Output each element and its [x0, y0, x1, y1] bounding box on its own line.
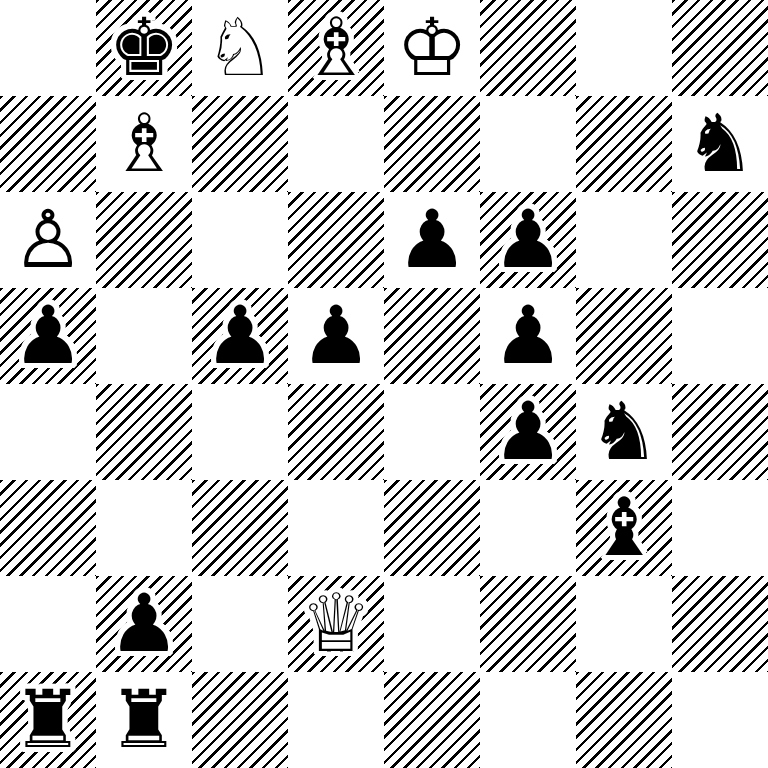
square-d4[interactable] [288, 384, 384, 480]
square-g2[interactable] [576, 576, 672, 672]
piece-white-king[interactable]: ♚♔ [384, 0, 480, 96]
square-f8[interactable] [480, 0, 576, 96]
square-f7[interactable] [480, 96, 576, 192]
black-bishop-glyph: ♝ [576, 480, 672, 576]
square-c1[interactable] [192, 672, 288, 768]
square-h4[interactable] [672, 384, 768, 480]
white-bishop-glyph: ♗ [96, 96, 192, 192]
black-pawn-glyph: ♟ [288, 288, 384, 384]
square-g8[interactable] [576, 0, 672, 96]
square-d8[interactable]: ♝♗ [288, 0, 384, 96]
piece-white-knight[interactable]: ♞♘ [192, 0, 288, 96]
white-pawn-glyph: ♙ [0, 192, 96, 288]
square-b1[interactable]: ♜ [96, 672, 192, 768]
black-rook-glyph: ♜ [96, 672, 192, 768]
square-a3[interactable] [0, 480, 96, 576]
square-c8[interactable]: ♞♘ [192, 0, 288, 96]
square-e7[interactable] [384, 96, 480, 192]
square-e2[interactable] [384, 576, 480, 672]
square-d1[interactable] [288, 672, 384, 768]
piece-black-knight[interactable]: ♞ [576, 384, 672, 480]
square-h1[interactable] [672, 672, 768, 768]
piece-black-pawn[interactable]: ♟ [480, 288, 576, 384]
piece-black-king[interactable]: ♚ [96, 0, 192, 96]
square-d2[interactable]: ♛♕ [288, 576, 384, 672]
black-pawn-glyph: ♟ [96, 576, 192, 672]
square-h6[interactable] [672, 192, 768, 288]
piece-white-bishop[interactable]: ♝♗ [288, 0, 384, 96]
square-f5[interactable]: ♟ [480, 288, 576, 384]
square-b3[interactable] [96, 480, 192, 576]
piece-black-pawn[interactable]: ♟ [0, 288, 96, 384]
black-pawn-glyph: ♟ [384, 192, 480, 288]
square-b2[interactable]: ♟ [96, 576, 192, 672]
square-f4[interactable]: ♟ [480, 384, 576, 480]
square-c5[interactable]: ♟ [192, 288, 288, 384]
square-g1[interactable] [576, 672, 672, 768]
square-e4[interactable] [384, 384, 480, 480]
square-e3[interactable] [384, 480, 480, 576]
square-g7[interactable] [576, 96, 672, 192]
square-c2[interactable] [192, 576, 288, 672]
square-a1[interactable]: ♜ [0, 672, 96, 768]
white-knight-glyph: ♘ [192, 0, 288, 96]
square-e8[interactable]: ♚♔ [384, 0, 480, 96]
black-pawn-glyph: ♟ [480, 288, 576, 384]
piece-black-pawn[interactable]: ♟ [288, 288, 384, 384]
piece-black-knight[interactable]: ♞ [672, 96, 768, 192]
square-g4[interactable]: ♞ [576, 384, 672, 480]
square-d7[interactable] [288, 96, 384, 192]
black-rook-glyph: ♜ [0, 672, 96, 768]
square-a8[interactable] [0, 0, 96, 96]
square-a2[interactable] [0, 576, 96, 672]
black-pawn-glyph: ♟ [0, 288, 96, 384]
piece-white-bishop[interactable]: ♝♗ [96, 96, 192, 192]
square-b7[interactable]: ♝♗ [96, 96, 192, 192]
black-pawn-glyph: ♟ [192, 288, 288, 384]
piece-black-pawn[interactable]: ♟ [384, 192, 480, 288]
square-d6[interactable] [288, 192, 384, 288]
square-d3[interactable] [288, 480, 384, 576]
square-h3[interactable] [672, 480, 768, 576]
square-b4[interactable] [96, 384, 192, 480]
square-f2[interactable] [480, 576, 576, 672]
piece-white-queen[interactable]: ♛♕ [288, 576, 384, 672]
square-a4[interactable] [0, 384, 96, 480]
square-g5[interactable] [576, 288, 672, 384]
chess-board: ♚♞♘♝♗♚♔♝♗♞♟♙♟♟♟♟♟♟♟♞♝♟♛♕♜♜ [0, 0, 768, 768]
square-f1[interactable] [480, 672, 576, 768]
square-g3[interactable]: ♝ [576, 480, 672, 576]
square-c6[interactable] [192, 192, 288, 288]
black-knight-glyph: ♞ [576, 384, 672, 480]
square-c4[interactable] [192, 384, 288, 480]
piece-black-pawn[interactable]: ♟ [96, 576, 192, 672]
white-bishop-glyph: ♗ [288, 0, 384, 96]
white-queen-glyph: ♕ [288, 576, 384, 672]
square-h2[interactable] [672, 576, 768, 672]
square-c3[interactable] [192, 480, 288, 576]
square-g6[interactable] [576, 192, 672, 288]
square-b8[interactable]: ♚ [96, 0, 192, 96]
square-f6[interactable]: ♟ [480, 192, 576, 288]
black-knight-glyph: ♞ [672, 96, 768, 192]
square-h5[interactable] [672, 288, 768, 384]
square-e1[interactable] [384, 672, 480, 768]
piece-black-rook[interactable]: ♜ [96, 672, 192, 768]
square-d5[interactable]: ♟ [288, 288, 384, 384]
square-a5[interactable]: ♟ [0, 288, 96, 384]
square-h7[interactable]: ♞ [672, 96, 768, 192]
black-pawn-glyph: ♟ [480, 384, 576, 480]
black-king-glyph: ♚ [96, 0, 192, 96]
white-king-glyph: ♔ [384, 0, 480, 96]
square-e6[interactable]: ♟ [384, 192, 480, 288]
piece-black-pawn[interactable]: ♟ [480, 384, 576, 480]
square-a6[interactable]: ♟♙ [0, 192, 96, 288]
chess-board-wrapper: ♚♞♘♝♗♚♔♝♗♞♟♙♟♟♟♟♟♟♟♞♝♟♛♕♜♜ [0, 0, 768, 768]
square-f3[interactable] [480, 480, 576, 576]
piece-black-bishop[interactable]: ♝ [576, 480, 672, 576]
black-pawn-glyph: ♟ [480, 192, 576, 288]
square-b5[interactable] [96, 288, 192, 384]
piece-black-rook[interactable]: ♜ [0, 672, 96, 768]
square-a7[interactable] [0, 96, 96, 192]
piece-white-pawn[interactable]: ♟♙ [0, 192, 96, 288]
piece-black-pawn[interactable]: ♟ [192, 288, 288, 384]
square-h8[interactable] [672, 0, 768, 96]
square-c7[interactable] [192, 96, 288, 192]
square-e5[interactable] [384, 288, 480, 384]
piece-black-pawn[interactable]: ♟ [480, 192, 576, 288]
square-b6[interactable] [96, 192, 192, 288]
